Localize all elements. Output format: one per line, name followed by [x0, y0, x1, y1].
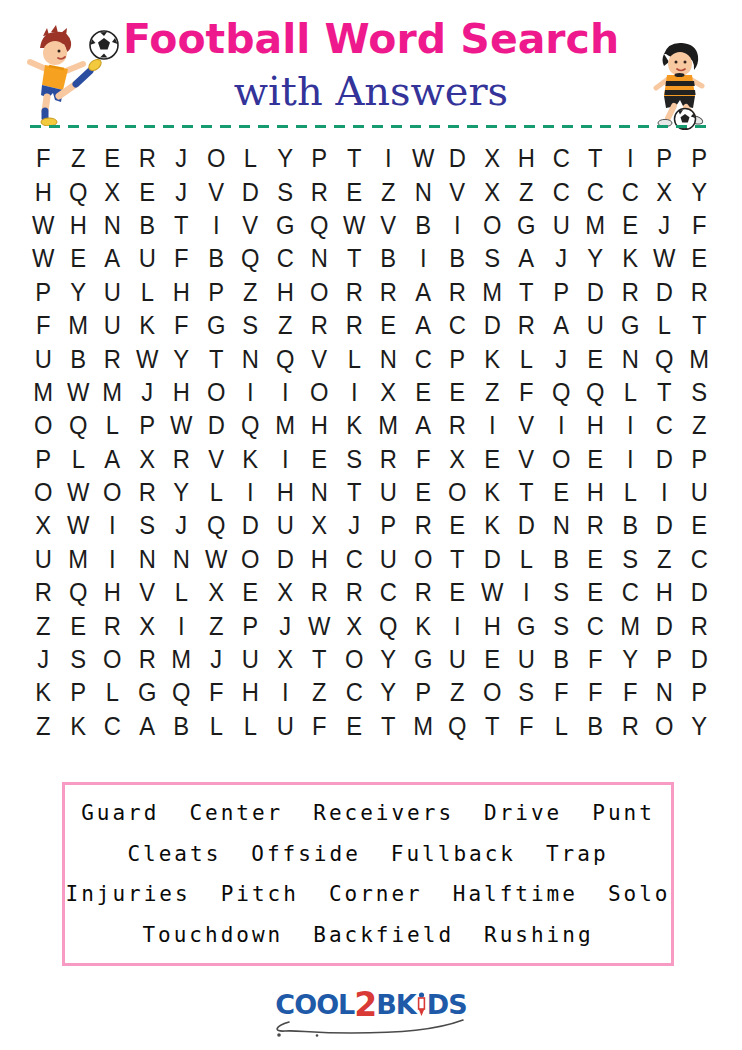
grid-cell: I: [613, 409, 646, 442]
grid-cell: I: [648, 476, 681, 509]
grid-cell: Y: [165, 476, 198, 509]
grid-cell: Q: [372, 609, 405, 642]
grid-cell: D: [682, 576, 715, 609]
grid-cell: R: [510, 309, 543, 342]
grid-cell: I: [510, 576, 543, 609]
grid-cell: M: [165, 643, 198, 676]
grid-cell: T: [648, 376, 681, 409]
grid-cell: R: [613, 710, 646, 743]
word-list-item: Receivers: [313, 801, 454, 825]
grid-cell: H: [510, 142, 543, 175]
grid-cell: G: [613, 309, 646, 342]
word-list-line: GuardCenterReceiversDrivePunt: [65, 801, 671, 825]
word-list-item: Center: [189, 801, 283, 825]
grid-cell: W: [130, 342, 163, 375]
grid-cell: E: [475, 643, 508, 676]
grid-cell: E: [682, 242, 715, 275]
logo-text-bk: BK: [376, 989, 416, 1020]
grid-cell: N: [165, 543, 198, 576]
word-list-item: Cleats: [127, 842, 221, 866]
grid-cell: J: [544, 342, 577, 375]
grid-cell: M: [27, 376, 60, 409]
grid-cell: V: [303, 342, 336, 375]
grid-cell: B: [130, 209, 163, 242]
dashed-divider: [30, 125, 712, 128]
word-list-item: Solo: [608, 882, 671, 906]
grid-cell: B: [579, 710, 612, 743]
grid-cell: T: [165, 209, 198, 242]
grid-cell: X: [268, 576, 301, 609]
grid-cell: R: [130, 476, 163, 509]
grid-cell: U: [682, 476, 715, 509]
grid-cell: J: [130, 376, 163, 409]
grid-cell: L: [96, 409, 129, 442]
grid-cell: D: [234, 509, 267, 542]
grid-cell: E: [337, 710, 370, 743]
grid-cell: R: [441, 276, 474, 309]
grid-cell: N: [234, 342, 267, 375]
grid-cell: G: [199, 309, 232, 342]
grid-cell: S: [234, 309, 267, 342]
grid-cell: C: [544, 175, 577, 208]
grid-cell: L: [648, 309, 681, 342]
grid-cell: O: [337, 643, 370, 676]
grid-cell: Q: [441, 710, 474, 743]
grid-cell: K: [406, 609, 439, 642]
grid-cell: Y: [682, 175, 715, 208]
grid-cell: E: [372, 309, 405, 342]
grid-cell: R: [130, 643, 163, 676]
grid-cell: D: [510, 509, 543, 542]
grid-cell: N: [406, 175, 439, 208]
grid-cell: X: [268, 643, 301, 676]
grid-cell: T: [199, 342, 232, 375]
grid-cell: Z: [682, 409, 715, 442]
grid-cell: C: [441, 309, 474, 342]
grid-cell: D: [475, 543, 508, 576]
grid-cell: T: [337, 142, 370, 175]
grid-cell: D: [441, 142, 474, 175]
grid-cell: P: [441, 342, 474, 375]
grid-cell: S: [682, 376, 715, 409]
grid-cell: N: [130, 543, 163, 576]
grid-cell: H: [648, 576, 681, 609]
grid-cell: Q: [61, 409, 94, 442]
grid-cell: O: [406, 543, 439, 576]
grid-cell: Y: [372, 643, 405, 676]
grid-cell: U: [372, 543, 405, 576]
grid-cell: Z: [441, 676, 474, 709]
grid-cell: X: [130, 609, 163, 642]
grid-cell: H: [579, 476, 612, 509]
grid-cell: H: [268, 276, 301, 309]
grid-cell: F: [199, 676, 232, 709]
grid-cell: D: [648, 276, 681, 309]
grid-cell: A: [130, 710, 163, 743]
grid-cell: R: [27, 576, 60, 609]
grid-cell: A: [96, 443, 129, 476]
page-title: Football Word Search: [110, 18, 632, 61]
grid-cell: J: [544, 242, 577, 275]
grid-cell: Q: [165, 676, 198, 709]
grid-cell: O: [199, 142, 232, 175]
grid-cell: I: [268, 376, 301, 409]
grid-cell: L: [165, 576, 198, 609]
grid-cell: C: [613, 175, 646, 208]
grid-cell: I: [406, 242, 439, 275]
grid-cell: U: [544, 209, 577, 242]
grid-cell: R: [303, 309, 336, 342]
grid-cell: G: [406, 643, 439, 676]
word-list-item: Guard: [81, 801, 159, 825]
grid-cell: N: [648, 676, 681, 709]
grid-cell: F: [682, 209, 715, 242]
grid-cell: K: [613, 242, 646, 275]
grid-cell: I: [613, 443, 646, 476]
grid-cell: T: [682, 309, 715, 342]
grid-cell: L: [234, 710, 267, 743]
grid-cell: B: [199, 242, 232, 275]
grid-cell: K: [61, 710, 94, 743]
grid-cell: U: [268, 710, 301, 743]
grid-cell: W: [337, 209, 370, 242]
grid-cell: F: [303, 710, 336, 743]
grid-cell: U: [441, 643, 474, 676]
grid-cell: D: [234, 175, 267, 208]
word-list-item: Halftime: [453, 882, 578, 906]
boy-kicking-illustration: [16, 24, 124, 126]
grid-cell: E: [441, 576, 474, 609]
grid-cell: J: [199, 643, 232, 676]
grid-cell: U: [372, 476, 405, 509]
grid-cell: T: [579, 142, 612, 175]
grid-cell: P: [544, 276, 577, 309]
grid-cell: U: [268, 509, 301, 542]
grid-cell: T: [337, 242, 370, 275]
grid-cell: N: [303, 242, 336, 275]
grid-cell: H: [475, 609, 508, 642]
grid-cell: P: [130, 409, 163, 442]
grid-cell: Q: [648, 342, 681, 375]
grid-cell: F: [27, 309, 60, 342]
grid-cell: A: [406, 309, 439, 342]
logo-text-cool: COOL: [275, 989, 354, 1020]
grid-cell: U: [234, 643, 267, 676]
grid-cell: W: [27, 242, 60, 275]
grid-cell: Z: [268, 309, 301, 342]
grid-cell: S: [268, 175, 301, 208]
grid-cell: X: [475, 175, 508, 208]
grid-cell: V: [441, 175, 474, 208]
grid-cell: M: [61, 309, 94, 342]
word-list-item: Offside: [251, 842, 361, 866]
grid-cell: Y: [579, 242, 612, 275]
word-list-item: Touchdown: [142, 923, 283, 947]
grid-cell: A: [406, 276, 439, 309]
grid-cell: W: [61, 509, 94, 542]
grid-cell: F: [406, 443, 439, 476]
grid-cell: E: [96, 142, 129, 175]
grid-cell: B: [544, 543, 577, 576]
grid-cell: L: [61, 443, 94, 476]
grid-cell: C: [372, 576, 405, 609]
grid-cell: X: [96, 175, 129, 208]
grid-cell: M: [579, 209, 612, 242]
grid-cell: I: [337, 376, 370, 409]
grid-cell: P: [648, 643, 681, 676]
grid-cell: H: [61, 209, 94, 242]
grid-cell: L: [544, 710, 577, 743]
grid-cell: V: [510, 409, 543, 442]
grid-cell: A: [544, 309, 577, 342]
grid-cell: N: [544, 509, 577, 542]
grid-cell: C: [579, 175, 612, 208]
grid-cell: B: [544, 643, 577, 676]
grid-cell: U: [27, 342, 60, 375]
grid-cell: W: [165, 409, 198, 442]
grid-cell: K: [475, 509, 508, 542]
grid-cell: D: [475, 309, 508, 342]
grid-cell: C: [613, 576, 646, 609]
grid-cell: T: [441, 543, 474, 576]
grid-cell: R: [337, 276, 370, 309]
grid-cell: Z: [303, 676, 336, 709]
grid-cell: X: [372, 376, 405, 409]
grid-cell: C: [337, 543, 370, 576]
grid-cell: O: [648, 710, 681, 743]
grid-cell: T: [372, 710, 405, 743]
grid-cell: R: [303, 175, 336, 208]
grid-cell: T: [475, 710, 508, 743]
grid-cell: P: [406, 676, 439, 709]
grid-cell: C: [682, 543, 715, 576]
grid-cell: K: [475, 476, 508, 509]
grid-cell: Q: [268, 342, 301, 375]
grid-cell: R: [441, 409, 474, 442]
grid-cell: S: [61, 643, 94, 676]
grid-cell: G: [510, 609, 543, 642]
grid-cell: I: [234, 376, 267, 409]
grid-cell: E: [579, 543, 612, 576]
grid-cell: V: [510, 443, 543, 476]
grid-cell: R: [372, 276, 405, 309]
grid-cell: C: [544, 142, 577, 175]
grid-cell: E: [303, 443, 336, 476]
grid-cell: T: [510, 276, 543, 309]
grid-cell: V: [130, 576, 163, 609]
grid-cell: H: [268, 476, 301, 509]
grid-cell: J: [337, 509, 370, 542]
word-list-line: TouchdownBackfieldRushing: [65, 923, 671, 947]
logo-text-2: 2: [354, 985, 376, 1024]
grid-cell: F: [579, 643, 612, 676]
word-list-item: Backfield: [313, 923, 454, 947]
grid-cell: O: [544, 443, 577, 476]
grid-cell: R: [579, 509, 612, 542]
boy-dribbling-illustration: [628, 42, 726, 130]
grid-cell: M: [613, 609, 646, 642]
grid-cell: H: [234, 676, 267, 709]
grid-cell: I: [372, 142, 405, 175]
grid-cell: P: [234, 609, 267, 642]
grid-cell: H: [303, 543, 336, 576]
grid-cell: R: [337, 309, 370, 342]
grid-cell: P: [682, 676, 715, 709]
grid-cell: E: [337, 175, 370, 208]
word-list-item: Injuries: [66, 882, 191, 906]
word-list-item: Trap: [546, 842, 609, 866]
grid-cell: O: [441, 476, 474, 509]
grid-cell: D: [648, 609, 681, 642]
grid-cell: L: [510, 342, 543, 375]
grid-cell: J: [27, 643, 60, 676]
grid-cell: D: [579, 276, 612, 309]
grid-cell: A: [96, 242, 129, 275]
word-list-item: Rushing: [484, 923, 594, 947]
grid-cell: J: [165, 142, 198, 175]
grid-cell: O: [303, 276, 336, 309]
grid-cell: V: [234, 209, 267, 242]
grid-cell: N: [613, 342, 646, 375]
grid-cell: Z: [234, 276, 267, 309]
logo-text-ds: DS: [427, 989, 467, 1020]
grid-cell: N: [372, 342, 405, 375]
grid-cell: U: [96, 276, 129, 309]
grid-cell: M: [372, 409, 405, 442]
grid-cell: E: [579, 443, 612, 476]
grid-cell: E: [234, 576, 267, 609]
grid-cell: Q: [303, 209, 336, 242]
grid-cell: I: [234, 476, 267, 509]
grid-cell: H: [165, 376, 198, 409]
grid-cell: Y: [165, 342, 198, 375]
grid-cell: C: [268, 242, 301, 275]
grid-cell: E: [579, 342, 612, 375]
grid-cell: M: [96, 376, 129, 409]
grid-cell: J: [165, 175, 198, 208]
grid-cell: S: [337, 443, 370, 476]
grid-cell: R: [130, 142, 163, 175]
grid-cell: K: [475, 342, 508, 375]
grid-cell: M: [406, 710, 439, 743]
grid-cell: O: [199, 376, 232, 409]
grid-cell: I: [613, 142, 646, 175]
grid-cell: P: [27, 276, 60, 309]
grid-cell: F: [510, 710, 543, 743]
footer: COOL2BKDS: [0, 988, 742, 1037]
word-list-line: CleatsOffsideFullbackTrap: [65, 842, 671, 866]
grid-cell: O: [234, 543, 267, 576]
grid-cell: Q: [544, 376, 577, 409]
grid-cell: V: [372, 209, 405, 242]
grid-cell: D: [648, 443, 681, 476]
grid-cell: B: [165, 710, 198, 743]
grid-cell: L: [337, 342, 370, 375]
grid-cell: E: [475, 443, 508, 476]
grid-cell: Z: [27, 609, 60, 642]
grid-cell: K: [27, 676, 60, 709]
grid-cell: F: [165, 309, 198, 342]
grid-cell: L: [613, 376, 646, 409]
grid-cell: I: [475, 409, 508, 442]
grid-cell: W: [406, 142, 439, 175]
grid-cell: I: [199, 209, 232, 242]
grid-cell: K: [130, 309, 163, 342]
grid-cell: Q: [61, 576, 94, 609]
grid-cell: N: [96, 209, 129, 242]
grid-cell: I: [96, 543, 129, 576]
grid-cell: F: [613, 676, 646, 709]
grid-cell: X: [199, 576, 232, 609]
grid-cell: E: [682, 509, 715, 542]
grid-cell: G: [268, 209, 301, 242]
grid-cell: E: [406, 476, 439, 509]
grid-cell: O: [303, 376, 336, 409]
word-list-item: Corner: [329, 882, 423, 906]
grid-cell: X: [337, 609, 370, 642]
grid-cell: E: [441, 509, 474, 542]
grid-cell: P: [682, 142, 715, 175]
grid-cell: Z: [199, 609, 232, 642]
grid-cell: T: [337, 476, 370, 509]
grid-cell: Q: [61, 175, 94, 208]
grid-cell: Y: [372, 676, 405, 709]
grid-cell: I: [268, 443, 301, 476]
grid-cell: L: [130, 276, 163, 309]
grid-cell: Y: [613, 643, 646, 676]
grid-cell: E: [61, 609, 94, 642]
grid-cell: V: [199, 175, 232, 208]
grid-cell: W: [61, 476, 94, 509]
grid-cell: E: [579, 576, 612, 609]
grid-cell: P: [682, 443, 715, 476]
grid-cell: U: [579, 309, 612, 342]
grid-cell: I: [268, 676, 301, 709]
grid-cell: O: [27, 409, 60, 442]
grid-cell: B: [372, 242, 405, 275]
grid-cell: Q: [579, 376, 612, 409]
grid-cell: J: [648, 209, 681, 242]
grid-cell: O: [27, 476, 60, 509]
grid-cell: X: [441, 443, 474, 476]
word-list-item: Drive: [484, 801, 562, 825]
grid-cell: T: [510, 476, 543, 509]
grid-cell: Q: [234, 242, 267, 275]
grid-cell: L: [510, 543, 543, 576]
grid-cell: J: [268, 609, 301, 642]
grid-cell: I: [441, 609, 474, 642]
grid-cell: G: [510, 209, 543, 242]
grid-cell: U: [130, 242, 163, 275]
worksheet-page: Football Word Search with Answers: [0, 0, 742, 1050]
grid-cell: Z: [475, 376, 508, 409]
grid-cell: M: [268, 409, 301, 442]
grid-cell: P: [372, 509, 405, 542]
grid-cell: F: [27, 142, 60, 175]
grid-cell: D: [199, 409, 232, 442]
grid-cell: E: [61, 242, 94, 275]
grid-cell: H: [303, 409, 336, 442]
grid-cell: D: [268, 543, 301, 576]
grid-cell: O: [475, 209, 508, 242]
grid-cell: L: [613, 476, 646, 509]
grid-cell: F: [165, 242, 198, 275]
grid-cell: S: [510, 676, 543, 709]
grid-cell: F: [579, 676, 612, 709]
grid-cell: C: [337, 676, 370, 709]
grid-cell: J: [165, 509, 198, 542]
grid-cell: S: [613, 543, 646, 576]
